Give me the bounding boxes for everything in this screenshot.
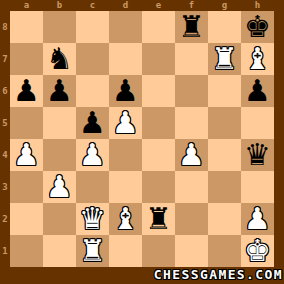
white-queen-piece[interactable]: ♛ [79, 203, 106, 235]
white-pawn-piece[interactable]: ♟ [112, 107, 139, 139]
white-pawn-piece[interactable]: ♟ [79, 139, 106, 171]
black-queen-piece[interactable]: ♛ [244, 139, 271, 171]
square-b6[interactable]: ♟ [43, 75, 76, 107]
file-label-c: c [76, 0, 109, 11]
square-g4[interactable] [208, 139, 241, 171]
black-king-piece[interactable]: ♚ [244, 11, 271, 43]
square-c4[interactable]: ♟ [76, 139, 109, 171]
black-pawn-piece[interactable]: ♟ [112, 75, 139, 107]
square-g3[interactable] [208, 171, 241, 203]
white-rook-piece[interactable]: ♜ [211, 43, 238, 75]
square-f1[interactable] [175, 235, 208, 267]
square-c2[interactable]: ♛ [76, 203, 109, 235]
square-a6[interactable]: ♟ [10, 75, 43, 107]
square-e3[interactable] [142, 171, 175, 203]
square-b8[interactable] [43, 11, 76, 43]
square-e8[interactable] [142, 11, 175, 43]
square-f8[interactable]: ♜ [175, 11, 208, 43]
square-g7[interactable]: ♜ [208, 43, 241, 75]
square-h1[interactable]: ♚ [241, 235, 274, 267]
square-a8[interactable] [10, 11, 43, 43]
square-h3[interactable] [241, 171, 274, 203]
square-b1[interactable] [43, 235, 76, 267]
square-a2[interactable] [10, 203, 43, 235]
file-label-g: g [208, 0, 241, 11]
square-h6[interactable]: ♟ [241, 75, 274, 107]
square-d3[interactable] [109, 171, 142, 203]
square-e2[interactable]: ♜ [142, 203, 175, 235]
rank-label-5: 5 [0, 107, 10, 139]
square-c3[interactable] [76, 171, 109, 203]
square-g8[interactable] [208, 11, 241, 43]
black-pawn-piece[interactable]: ♟ [46, 75, 73, 107]
square-d8[interactable] [109, 11, 142, 43]
black-rook-piece[interactable]: ♜ [178, 11, 205, 43]
square-a1[interactable] [10, 235, 43, 267]
square-e4[interactable] [142, 139, 175, 171]
rank-label-7: 7 [0, 43, 10, 75]
square-h5[interactable] [241, 107, 274, 139]
file-label-e: e [142, 0, 175, 11]
black-knight-piece[interactable]: ♞ [46, 43, 73, 75]
rank-label-6: 6 [0, 75, 10, 107]
square-b3[interactable]: ♟ [43, 171, 76, 203]
board: ♜♚♞♜♝♟♟♟♟♟♟♟♟♟♛♟♛♝♜♟♜♚ [10, 11, 274, 267]
square-b7[interactable]: ♞ [43, 43, 76, 75]
square-d6[interactable]: ♟ [109, 75, 142, 107]
square-f3[interactable] [175, 171, 208, 203]
square-a5[interactable] [10, 107, 43, 139]
square-d4[interactable] [109, 139, 142, 171]
board-frame: abcdefgh 87654321 ♜♚♞♜♝♟♟♟♟♟♟♟♟♟♛♟♛♝♜♟♜♚… [0, 0, 284, 284]
square-f2[interactable] [175, 203, 208, 235]
white-pawn-piece[interactable]: ♟ [46, 171, 73, 203]
rank-labels: 87654321 [0, 11, 10, 267]
square-e7[interactable] [142, 43, 175, 75]
square-c7[interactable] [76, 43, 109, 75]
square-d5[interactable]: ♟ [109, 107, 142, 139]
white-pawn-piece[interactable]: ♟ [244, 203, 271, 235]
square-b2[interactable] [43, 203, 76, 235]
square-a7[interactable] [10, 43, 43, 75]
square-a3[interactable] [10, 171, 43, 203]
square-c6[interactable] [76, 75, 109, 107]
square-c5[interactable]: ♟ [76, 107, 109, 139]
square-g5[interactable] [208, 107, 241, 139]
square-h2[interactable]: ♟ [241, 203, 274, 235]
rank-label-2: 2 [0, 203, 10, 235]
black-pawn-piece[interactable]: ♟ [79, 107, 106, 139]
square-h7[interactable]: ♝ [241, 43, 274, 75]
square-d1[interactable] [109, 235, 142, 267]
file-label-a: a [10, 0, 43, 11]
rank-label-8: 8 [0, 11, 10, 43]
square-d7[interactable] [109, 43, 142, 75]
file-labels: abcdefgh [10, 0, 274, 11]
square-f5[interactable] [175, 107, 208, 139]
square-f4[interactable]: ♟ [175, 139, 208, 171]
white-king-piece[interactable]: ♚ [244, 235, 271, 267]
square-e5[interactable] [142, 107, 175, 139]
square-e6[interactable] [142, 75, 175, 107]
square-g2[interactable] [208, 203, 241, 235]
square-c8[interactable] [76, 11, 109, 43]
rank-label-3: 3 [0, 171, 10, 203]
black-pawn-piece[interactable]: ♟ [13, 75, 40, 107]
file-label-d: d [109, 0, 142, 11]
white-pawn-piece[interactable]: ♟ [178, 139, 205, 171]
square-f6[interactable] [175, 75, 208, 107]
rank-label-4: 4 [0, 139, 10, 171]
square-h8[interactable]: ♚ [241, 11, 274, 43]
square-a4[interactable]: ♟ [10, 139, 43, 171]
rank-label-1: 1 [0, 235, 10, 267]
square-f7[interactable] [175, 43, 208, 75]
square-c1[interactable]: ♜ [76, 235, 109, 267]
white-rook-piece[interactable]: ♜ [79, 235, 106, 267]
chessgames-branding: CHESSGAMES.COM [154, 267, 283, 282]
black-rook-piece[interactable]: ♜ [145, 203, 172, 235]
square-b4[interactable] [43, 139, 76, 171]
file-label-b: b [43, 0, 76, 11]
square-g1[interactable] [208, 235, 241, 267]
white-pawn-piece[interactable]: ♟ [13, 139, 40, 171]
white-bishop-piece[interactable]: ♝ [244, 43, 271, 75]
square-h4[interactable]: ♛ [241, 139, 274, 171]
square-b5[interactable] [43, 107, 76, 139]
square-g6[interactable] [208, 75, 241, 107]
square-d2[interactable]: ♝ [109, 203, 142, 235]
white-bishop-piece[interactable]: ♝ [112, 203, 139, 235]
black-pawn-piece[interactable]: ♟ [244, 75, 271, 107]
square-e1[interactable] [142, 235, 175, 267]
